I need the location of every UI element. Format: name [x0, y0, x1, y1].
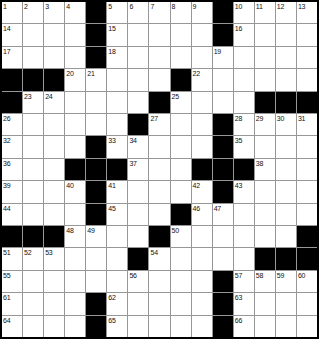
white-cell-r2c12[interactable]: 16 — [234, 24, 254, 45]
white-cell-r10c15[interactable] — [297, 204, 317, 225]
black-cell-r11c8 — [149, 226, 169, 247]
white-cell-r3c10[interactable] — [192, 47, 212, 68]
black-cell-r1c11 — [213, 2, 233, 23]
white-cell-r12c11[interactable] — [213, 248, 233, 269]
white-cell-r6c13[interactable]: 29 — [255, 114, 275, 135]
white-cell-r5c5[interactable] — [86, 92, 106, 113]
white-cell-r9c9[interactable] — [171, 181, 191, 202]
clue-number-49: 49 — [87, 227, 94, 234]
white-cell-r13c3[interactable] — [44, 271, 64, 292]
white-cell-r4c15[interactable] — [297, 69, 317, 90]
black-cell-r12c7 — [128, 248, 148, 269]
black-cell-r5c14 — [276, 92, 296, 113]
clue-number-56: 56 — [129, 272, 136, 279]
black-cell-r8c4 — [65, 159, 85, 180]
white-cell-r15c10[interactable] — [192, 316, 212, 337]
white-cell-r15c7[interactable] — [128, 316, 148, 337]
white-cell-r13c1[interactable]: 55 — [2, 271, 22, 292]
clue-number-32: 32 — [3, 137, 10, 144]
clue-number-57: 57 — [235, 272, 242, 279]
white-cell-r12c4[interactable] — [65, 248, 85, 269]
white-cell-r14c14[interactable] — [276, 293, 296, 314]
crossword-board: 1234567891011121314151617181920212223242… — [0, 0, 319, 339]
white-cell-r6c2[interactable] — [23, 114, 43, 135]
black-cell-r5c8 — [149, 92, 169, 113]
clue-number-22: 22 — [193, 70, 200, 77]
clue-number-52: 52 — [24, 249, 31, 256]
clue-number-18: 18 — [108, 48, 115, 55]
white-cell-r14c1[interactable]: 61 — [2, 293, 22, 314]
white-cell-r10c11[interactable]: 47 — [213, 204, 233, 225]
black-cell-r1c5 — [86, 2, 106, 23]
white-cell-r3c3[interactable] — [44, 47, 64, 68]
white-cell-r2c6[interactable]: 15 — [107, 24, 127, 45]
clue-number-39: 39 — [3, 182, 10, 189]
white-cell-r4c12[interactable] — [234, 69, 254, 90]
clue-number-2: 2 — [24, 3, 28, 10]
black-cell-r8c6 — [107, 159, 127, 180]
clue-number-23: 23 — [24, 93, 31, 100]
black-cell-r14c5 — [86, 293, 106, 314]
white-cell-r5c7[interactable] — [128, 92, 148, 113]
white-cell-r14c2[interactable] — [23, 293, 43, 314]
white-cell-r15c12[interactable]: 66 — [234, 316, 254, 337]
white-cell-r2c2[interactable] — [23, 24, 43, 45]
clue-number-62: 62 — [108, 294, 115, 301]
clue-number-3: 3 — [45, 3, 49, 10]
white-cell-r11c14[interactable] — [276, 226, 296, 247]
clue-number-12: 12 — [277, 3, 284, 10]
white-cell-r3c7[interactable] — [128, 47, 148, 68]
white-cell-r7c9[interactable] — [171, 136, 191, 157]
black-cell-r10c5 — [86, 204, 106, 225]
black-cell-r6c7 — [128, 114, 148, 135]
white-cell-r6c9[interactable] — [171, 114, 191, 135]
white-cell-r3c4[interactable] — [65, 47, 85, 68]
white-cell-r4c14[interactable] — [276, 69, 296, 90]
white-cell-r8c8[interactable] — [149, 159, 169, 180]
clue-number-10: 10 — [235, 3, 242, 10]
white-cell-r1c7[interactable]: 6 — [128, 2, 148, 23]
white-cell-r11c6[interactable] — [107, 226, 127, 247]
white-cell-r4c7[interactable] — [128, 69, 148, 90]
white-cell-r3c12[interactable] — [234, 47, 254, 68]
white-cell-r9c6[interactable]: 41 — [107, 181, 127, 202]
white-cell-r2c14[interactable] — [276, 24, 296, 45]
white-cell-r7c6[interactable]: 33 — [107, 136, 127, 157]
white-cell-r5c12[interactable] — [234, 92, 254, 113]
white-cell-r7c1[interactable]: 32 — [2, 136, 22, 157]
white-cell-r13c6[interactable] — [107, 271, 127, 292]
white-cell-r1c13[interactable]: 11 — [255, 2, 275, 23]
white-cell-r6c15[interactable]: 31 — [297, 114, 317, 135]
white-cell-r2c7[interactable] — [128, 24, 148, 45]
clue-number-53: 53 — [45, 249, 52, 256]
clue-number-9: 9 — [193, 3, 197, 10]
white-cell-r8c2[interactable] — [23, 159, 43, 180]
black-cell-r11c3 — [44, 226, 64, 247]
white-cell-r4c8[interactable] — [149, 69, 169, 90]
white-cell-r9c12[interactable]: 43 — [234, 181, 254, 202]
black-cell-r9c11 — [213, 181, 233, 202]
black-cell-r5c13 — [255, 92, 275, 113]
white-cell-r1c3[interactable]: 3 — [44, 2, 64, 23]
white-cell-r8c1[interactable]: 36 — [2, 159, 22, 180]
white-cell-r2c1[interactable]: 14 — [2, 24, 22, 45]
white-cell-r3c14[interactable] — [276, 47, 296, 68]
white-cell-r4c6[interactable] — [107, 69, 127, 90]
white-cell-r1c10[interactable]: 9 — [192, 2, 212, 23]
white-cell-r4c5[interactable]: 21 — [86, 69, 106, 90]
black-cell-r8c12 — [234, 159, 254, 180]
clue-number-42: 42 — [193, 182, 200, 189]
clue-number-64: 64 — [3, 317, 10, 324]
white-cell-r12c9[interactable] — [171, 248, 191, 269]
white-cell-r11c4[interactable]: 48 — [65, 226, 85, 247]
black-cell-r6c11 — [213, 114, 233, 135]
white-cell-r15c15[interactable] — [297, 316, 317, 337]
white-cell-r11c11[interactable] — [213, 226, 233, 247]
white-cell-r6c12[interactable]: 28 — [234, 114, 254, 135]
white-cell-r7c15[interactable] — [297, 136, 317, 157]
white-cell-r15c2[interactable] — [23, 316, 43, 337]
clue-number-28: 28 — [235, 115, 242, 122]
clue-number-6: 6 — [129, 3, 133, 10]
clue-number-61: 61 — [3, 294, 10, 301]
white-cell-r13c13[interactable]: 58 — [255, 271, 275, 292]
white-cell-r6c14[interactable]: 30 — [276, 114, 296, 135]
white-cell-r10c8[interactable] — [149, 204, 169, 225]
black-cell-r15c11 — [213, 316, 233, 337]
white-cell-r9c10[interactable]: 42 — [192, 181, 212, 202]
black-cell-r7c5 — [86, 136, 106, 157]
white-cell-r1c14[interactable]: 12 — [276, 2, 296, 23]
white-cell-r14c8[interactable] — [149, 293, 169, 314]
white-cell-r11c12[interactable] — [234, 226, 254, 247]
black-cell-r4c1 — [2, 69, 22, 90]
white-cell-r7c8[interactable] — [149, 136, 169, 157]
white-cell-r15c14[interactable] — [276, 316, 296, 337]
white-cell-r4c11[interactable] — [213, 69, 233, 90]
clue-number-15: 15 — [108, 25, 115, 32]
clue-number-59: 59 — [277, 272, 284, 279]
white-cell-r13c15[interactable]: 60 — [297, 271, 317, 292]
clue-number-40: 40 — [66, 182, 73, 189]
white-cell-r10c7[interactable] — [128, 204, 148, 225]
black-cell-r11c2 — [23, 226, 43, 247]
clue-number-51: 51 — [3, 249, 10, 256]
white-cell-r12c5[interactable] — [86, 248, 106, 269]
white-cell-r2c15[interactable] — [297, 24, 317, 45]
white-cell-r15c3[interactable] — [44, 316, 64, 337]
white-cell-r9c13[interactable] — [255, 181, 275, 202]
white-cell-r3c13[interactable] — [255, 47, 275, 68]
white-cell-r6c8[interactable]: 27 — [149, 114, 169, 135]
white-cell-r10c6[interactable]: 45 — [107, 204, 127, 225]
white-cell-r10c12[interactable] — [234, 204, 254, 225]
white-cell-r9c1[interactable]: 39 — [2, 181, 22, 202]
clue-number-65: 65 — [108, 317, 115, 324]
white-cell-r5c6[interactable] — [107, 92, 127, 113]
black-cell-r14c11 — [213, 293, 233, 314]
white-cell-r1c8[interactable]: 7 — [149, 2, 169, 23]
white-cell-r9c7[interactable] — [128, 181, 148, 202]
white-cell-r11c5[interactable]: 49 — [86, 226, 106, 247]
white-cell-r4c10[interactable]: 22 — [192, 69, 212, 90]
clue-number-11: 11 — [256, 3, 263, 10]
white-cell-r1c2[interactable]: 2 — [23, 2, 43, 23]
white-cell-r15c9[interactable] — [171, 316, 191, 337]
white-cell-r9c2[interactable] — [23, 181, 43, 202]
clue-number-46: 46 — [193, 205, 200, 212]
white-cell-r5c3[interactable]: 24 — [44, 92, 64, 113]
white-cell-r12c2[interactable]: 52 — [23, 248, 43, 269]
clue-number-13: 13 — [298, 3, 305, 10]
clue-number-27: 27 — [150, 115, 157, 122]
white-cell-r8c3[interactable] — [44, 159, 64, 180]
white-cell-r14c13[interactable] — [255, 293, 275, 314]
white-cell-r1c15[interactable]: 13 — [297, 2, 317, 23]
black-cell-r4c9 — [171, 69, 191, 90]
white-cell-r12c10[interactable] — [192, 248, 212, 269]
clue-number-66: 66 — [235, 317, 242, 324]
white-cell-r4c4[interactable]: 20 — [65, 69, 85, 90]
white-cell-r6c5[interactable] — [86, 114, 106, 135]
white-cell-r10c2[interactable] — [23, 204, 43, 225]
white-cell-r9c15[interactable] — [297, 181, 317, 202]
clue-number-8: 8 — [172, 3, 176, 10]
white-cell-r3c1[interactable]: 17 — [2, 47, 22, 68]
clue-number-17: 17 — [3, 48, 10, 55]
white-cell-r9c4[interactable]: 40 — [65, 181, 85, 202]
white-cell-r14c3[interactable] — [44, 293, 64, 314]
white-cell-r3c15[interactable] — [297, 47, 317, 68]
white-cell-r14c10[interactable] — [192, 293, 212, 314]
white-cell-r1c9[interactable]: 8 — [171, 2, 191, 23]
white-cell-r10c1[interactable]: 44 — [2, 204, 22, 225]
white-cell-r1c12[interactable]: 10 — [234, 2, 254, 23]
white-cell-r1c4[interactable]: 4 — [65, 2, 85, 23]
white-cell-r2c4[interactable] — [65, 24, 85, 45]
white-cell-r3c2[interactable] — [23, 47, 43, 68]
clue-number-58: 58 — [256, 272, 263, 279]
clue-number-45: 45 — [108, 205, 115, 212]
white-cell-r12c12[interactable] — [234, 248, 254, 269]
white-cell-r8c7[interactable]: 37 — [128, 159, 148, 180]
clue-number-34: 34 — [129, 137, 136, 144]
clue-number-30: 30 — [277, 115, 284, 122]
white-cell-r3c8[interactable] — [149, 47, 169, 68]
white-cell-r7c3[interactable] — [44, 136, 64, 157]
white-cell-r14c9[interactable] — [171, 293, 191, 314]
white-cell-r13c12[interactable]: 57 — [234, 271, 254, 292]
white-cell-r11c13[interactable] — [255, 226, 275, 247]
white-cell-r2c3[interactable] — [44, 24, 64, 45]
black-cell-r12c13 — [255, 248, 275, 269]
black-cell-r4c3 — [44, 69, 64, 90]
white-cell-r3c6[interactable]: 18 — [107, 47, 127, 68]
white-cell-r6c4[interactable] — [65, 114, 85, 135]
white-cell-r11c9[interactable]: 50 — [171, 226, 191, 247]
white-cell-r14c15[interactable] — [297, 293, 317, 314]
white-cell-r9c8[interactable] — [149, 181, 169, 202]
black-cell-r12c14 — [276, 248, 296, 269]
black-cell-r11c15 — [297, 226, 317, 247]
white-cell-r6c1[interactable]: 26 — [2, 114, 22, 135]
white-cell-r13c7[interactable]: 56 — [128, 271, 148, 292]
clue-number-41: 41 — [108, 182, 115, 189]
white-cell-r4c13[interactable] — [255, 69, 275, 90]
black-cell-r4c2 — [23, 69, 43, 90]
black-cell-r15c5 — [86, 316, 106, 337]
white-cell-r12c8[interactable]: 54 — [149, 248, 169, 269]
clue-number-21: 21 — [87, 70, 94, 77]
black-cell-r8c5 — [86, 159, 106, 180]
white-cell-r15c8[interactable] — [149, 316, 169, 337]
white-cell-r5c2[interactable]: 23 — [23, 92, 43, 113]
white-cell-r5c4[interactable] — [65, 92, 85, 113]
white-cell-r13c4[interactable] — [65, 271, 85, 292]
clue-number-36: 36 — [3, 160, 10, 167]
white-cell-r13c2[interactable] — [23, 271, 43, 292]
black-cell-r2c5 — [86, 24, 106, 45]
white-cell-r15c4[interactable] — [65, 316, 85, 337]
white-cell-r3c9[interactable] — [171, 47, 191, 68]
white-cell-r14c4[interactable] — [65, 293, 85, 314]
black-cell-r8c10 — [192, 159, 212, 180]
white-cell-r6c3[interactable] — [44, 114, 64, 135]
white-cell-r10c13[interactable] — [255, 204, 275, 225]
white-cell-r9c14[interactable] — [276, 181, 296, 202]
clue-number-24: 24 — [45, 93, 52, 100]
white-cell-r2c10[interactable] — [192, 24, 212, 45]
black-cell-r2c11 — [213, 24, 233, 45]
clue-number-19: 19 — [214, 48, 221, 55]
white-cell-r6c10[interactable] — [192, 114, 212, 135]
white-cell-r10c3[interactable] — [44, 204, 64, 225]
white-cell-r14c12[interactable]: 63 — [234, 293, 254, 314]
white-cell-r8c15[interactable] — [297, 159, 317, 180]
white-cell-r10c10[interactable]: 46 — [192, 204, 212, 225]
white-cell-r14c6[interactable]: 62 — [107, 293, 127, 314]
clue-number-5: 5 — [108, 3, 112, 10]
white-cell-r14c7[interactable] — [128, 293, 148, 314]
white-cell-r11c7[interactable] — [128, 226, 148, 247]
black-cell-r7c11 — [213, 136, 233, 157]
white-cell-r15c6[interactable]: 65 — [107, 316, 127, 337]
clue-number-55: 55 — [3, 272, 10, 279]
clue-number-14: 14 — [3, 25, 10, 32]
clue-number-43: 43 — [235, 182, 242, 189]
white-cell-r15c1[interactable]: 64 — [2, 316, 22, 337]
white-cell-r2c8[interactable] — [149, 24, 169, 45]
white-cell-r7c2[interactable] — [23, 136, 43, 157]
black-cell-r5c15 — [297, 92, 317, 113]
clue-number-29: 29 — [256, 115, 263, 122]
white-cell-r5c10[interactable] — [192, 92, 212, 113]
clue-number-7: 7 — [150, 3, 154, 10]
white-cell-r5c9[interactable]: 25 — [171, 92, 191, 113]
white-cell-r7c4[interactable] — [65, 136, 85, 157]
black-cell-r11c1 — [2, 226, 22, 247]
white-cell-r8c14[interactable] — [276, 159, 296, 180]
clue-number-60: 60 — [298, 272, 305, 279]
white-cell-r7c12[interactable]: 35 — [234, 136, 254, 157]
clue-number-25: 25 — [172, 93, 179, 100]
white-cell-r12c6[interactable] — [107, 248, 127, 269]
clue-number-50: 50 — [172, 227, 179, 234]
clue-number-63: 63 — [235, 294, 242, 301]
white-cell-r7c7[interactable]: 34 — [128, 136, 148, 157]
white-cell-r13c9[interactable] — [171, 271, 191, 292]
clue-number-4: 4 — [66, 3, 70, 10]
white-cell-r7c13[interactable] — [255, 136, 275, 157]
clue-number-44: 44 — [3, 205, 10, 212]
white-cell-r11c10[interactable] — [192, 226, 212, 247]
black-cell-r10c9 — [171, 204, 191, 225]
white-cell-r1c1[interactable]: 1 — [2, 2, 22, 23]
clue-number-38: 38 — [256, 160, 263, 167]
clue-number-20: 20 — [66, 70, 73, 77]
white-cell-r1c6[interactable]: 5 — [107, 2, 127, 23]
clue-number-35: 35 — [235, 137, 242, 144]
black-cell-r3c5 — [86, 47, 106, 68]
white-cell-r13c8[interactable] — [149, 271, 169, 292]
white-cell-r3c11[interactable]: 19 — [213, 47, 233, 68]
clue-number-1: 1 — [3, 3, 7, 10]
black-cell-r12c15 — [297, 248, 317, 269]
white-cell-r8c13[interactable]: 38 — [255, 159, 275, 180]
black-cell-r13c11 — [213, 271, 233, 292]
black-cell-r5c1 — [2, 92, 22, 113]
clue-number-54: 54 — [150, 249, 157, 256]
clue-number-31: 31 — [298, 115, 305, 122]
clue-number-48: 48 — [66, 227, 73, 234]
white-cell-r7c10[interactable] — [192, 136, 212, 157]
white-cell-r2c13[interactable] — [255, 24, 275, 45]
clue-number-47: 47 — [214, 205, 221, 212]
black-cell-r9c5 — [86, 181, 106, 202]
white-cell-r12c1[interactable]: 51 — [2, 248, 22, 269]
black-cell-r8c11 — [213, 159, 233, 180]
clue-number-16: 16 — [235, 25, 242, 32]
white-cell-r7c14[interactable] — [276, 136, 296, 157]
white-cell-r12c3[interactable]: 53 — [44, 248, 64, 269]
white-cell-r15c13[interactable] — [255, 316, 275, 337]
white-cell-r13c14[interactable]: 59 — [276, 271, 296, 292]
white-cell-r5c11[interactable] — [213, 92, 233, 113]
clue-number-26: 26 — [3, 115, 10, 122]
clue-number-37: 37 — [129, 160, 136, 167]
clue-number-33: 33 — [108, 137, 115, 144]
white-cell-r10c4[interactable] — [65, 204, 85, 225]
white-cell-r13c10[interactable] — [192, 271, 212, 292]
white-cell-r10c14[interactable] — [276, 204, 296, 225]
white-cell-r9c3[interactable] — [44, 181, 64, 202]
white-cell-r13c5[interactable] — [86, 271, 106, 292]
white-cell-r8c9[interactable] — [171, 159, 191, 180]
white-cell-r2c9[interactable] — [171, 24, 191, 45]
white-cell-r6c6[interactable] — [107, 114, 127, 135]
